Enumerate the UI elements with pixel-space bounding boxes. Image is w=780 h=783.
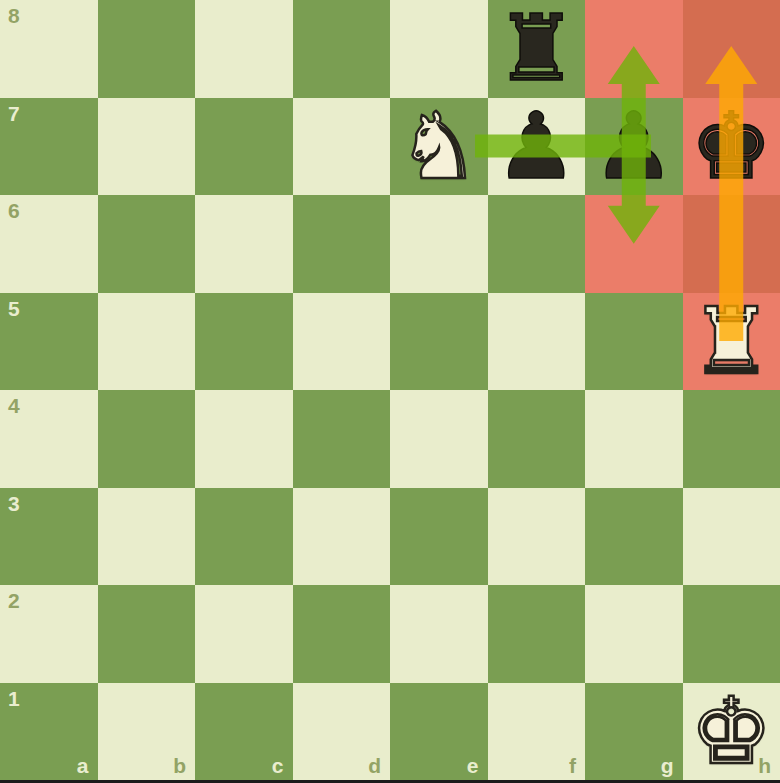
square-d2[interactable] [293,585,391,683]
file-label-h: h [758,754,771,778]
square-g6[interactable] [585,195,683,293]
square-f5[interactable] [488,293,586,391]
square-g3[interactable] [585,488,683,586]
square-c7[interactable] [195,98,293,196]
square-d3[interactable] [293,488,391,586]
square-a8[interactable]: 8 [0,0,98,98]
square-a5[interactable]: 5 [0,293,98,391]
square-e6[interactable] [390,195,488,293]
file-label-e: e [467,754,479,778]
white-knight[interactable]: ♞ [398,98,480,195]
square-f4[interactable] [488,390,586,488]
black-rook[interactable]: ♜ [495,0,577,97]
square-h6[interactable] [683,195,780,293]
square-c8[interactable] [195,0,293,98]
square-e3[interactable] [390,488,488,586]
square-c5[interactable] [195,293,293,391]
black-pawn[interactable]: ♟ [593,98,675,195]
square-d7[interactable] [293,98,391,196]
square-c3[interactable] [195,488,293,586]
square-b6[interactable] [98,195,196,293]
rank-label-6: 6 [8,199,20,223]
square-g1[interactable]: g [585,683,683,781]
square-b5[interactable] [98,293,196,391]
square-g8[interactable] [585,0,683,98]
square-e8[interactable] [390,0,488,98]
square-a3[interactable]: 3 [0,488,98,586]
square-f7[interactable]: ♟ [488,98,586,196]
square-c4[interactable] [195,390,293,488]
square-h8[interactable] [683,0,780,98]
chess-board-screenshot: 8♜7♞♟♟♚65♜4321abcdefgh♚ [0,0,780,783]
square-h5[interactable]: ♜ [683,293,780,391]
square-d8[interactable] [293,0,391,98]
square-h2[interactable] [683,585,780,683]
square-d5[interactable] [293,293,391,391]
file-label-b: b [173,754,186,778]
square-e2[interactable] [390,585,488,683]
square-e4[interactable] [390,390,488,488]
square-g5[interactable] [585,293,683,391]
square-g7[interactable]: ♟ [585,98,683,196]
square-b8[interactable] [98,0,196,98]
square-c1[interactable]: c [195,683,293,781]
square-c2[interactable] [195,585,293,683]
white-rook[interactable]: ♜ [690,293,772,390]
rank-label-5: 5 [8,297,20,321]
square-g4[interactable] [585,390,683,488]
file-label-f: f [569,754,576,778]
file-label-g: g [661,754,674,778]
square-a7[interactable]: 7 [0,98,98,196]
rank-label-1: 1 [8,687,20,711]
square-b1[interactable]: b [98,683,196,781]
square-d6[interactable] [293,195,391,293]
rank-label-8: 8 [8,4,20,28]
square-c6[interactable] [195,195,293,293]
file-label-c: c [272,754,284,778]
square-f3[interactable] [488,488,586,586]
square-e1[interactable]: e [390,683,488,781]
square-e7[interactable]: ♞ [390,98,488,196]
square-a4[interactable]: 4 [0,390,98,488]
square-d1[interactable]: d [293,683,391,781]
black-pawn[interactable]: ♟ [495,98,577,195]
rank-label-4: 4 [8,394,20,418]
square-f1[interactable]: f [488,683,586,781]
square-g2[interactable] [585,585,683,683]
black-king[interactable]: ♚ [690,98,772,195]
square-d4[interactable] [293,390,391,488]
square-f2[interactable] [488,585,586,683]
rank-label-2: 2 [8,589,20,613]
square-a6[interactable]: 6 [0,195,98,293]
square-h3[interactable] [683,488,780,586]
square-h7[interactable]: ♚ [683,98,780,196]
rank-label-7: 7 [8,102,20,126]
file-label-a: a [77,754,89,778]
chess-board: 8♜7♞♟♟♚65♜4321abcdefgh♚ [0,0,780,780]
square-a1[interactable]: 1a [0,683,98,781]
square-e5[interactable] [390,293,488,391]
square-b3[interactable] [98,488,196,586]
square-a2[interactable]: 2 [0,585,98,683]
file-label-d: d [368,754,381,778]
square-b4[interactable] [98,390,196,488]
square-b2[interactable] [98,585,196,683]
square-h4[interactable] [683,390,780,488]
square-h1[interactable]: h♚ [683,683,780,781]
square-b7[interactable] [98,98,196,196]
square-f6[interactable] [488,195,586,293]
square-f8[interactable]: ♜ [488,0,586,98]
rank-label-3: 3 [8,492,20,516]
